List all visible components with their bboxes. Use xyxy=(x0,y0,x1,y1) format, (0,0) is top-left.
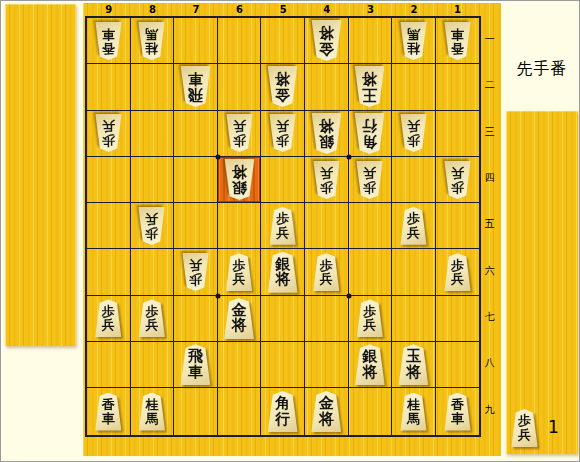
square-6-7[interactable]: 金将 xyxy=(218,296,262,342)
star-point xyxy=(215,154,220,159)
rank-label-3: 三 xyxy=(481,109,498,155)
rank-label-7: 七 xyxy=(481,294,498,340)
piece-tile: 香車 xyxy=(443,22,472,60)
square-2-1[interactable]: 桂馬 xyxy=(392,18,436,64)
square-5-3[interactable]: 歩兵 xyxy=(261,111,305,157)
piece-tile: 金将 xyxy=(266,66,299,107)
square-3-9[interactable] xyxy=(349,388,393,434)
piece-tile: 歩兵 xyxy=(94,299,123,337)
square-8-7[interactable]: 歩兵 xyxy=(131,296,175,342)
piece-gote-lance[interactable]: 香車 xyxy=(443,22,472,60)
rank-labels: 一二三四五六七八九 xyxy=(481,16,498,433)
square-7-9[interactable] xyxy=(174,388,218,434)
piece-tile: 歩兵 xyxy=(510,409,539,447)
square-7-4[interactable] xyxy=(174,157,218,203)
piece-sente-pawn[interactable]: 歩兵 xyxy=(225,253,254,291)
piece-tile: 飛車 xyxy=(179,66,212,107)
piece-gote-gold[interactable]: 金将 xyxy=(310,20,343,61)
piece-gote-king[interactable]: 王将 xyxy=(353,66,386,107)
star-point xyxy=(346,154,351,159)
square-7-8[interactable]: 飛車 xyxy=(174,342,218,388)
square-4-4[interactable]: 歩兵 xyxy=(305,157,349,203)
square-7-5[interactable] xyxy=(174,203,218,249)
piece-tile: 歩兵 xyxy=(443,161,472,199)
piece-gote-bishop[interactable]: 角行 xyxy=(353,113,386,154)
piece-tile: 歩兵 xyxy=(443,253,472,291)
piece-tile: 銀将 xyxy=(266,252,299,293)
square-4-7[interactable] xyxy=(305,296,349,342)
piece-tile: 金将 xyxy=(310,391,343,432)
square-3-6[interactable] xyxy=(349,249,393,295)
piece-gote-pawn[interactable]: 歩兵 xyxy=(399,114,428,152)
piece-tile: 桂馬 xyxy=(137,393,166,431)
square-2-2[interactable] xyxy=(392,64,436,110)
piece-sente-pawn[interactable]: 歩兵 xyxy=(443,253,472,291)
square-3-1[interactable] xyxy=(349,18,393,64)
piece-tile: 歩兵 xyxy=(181,253,210,291)
piece-tile: 金将 xyxy=(310,20,343,61)
piece-tile: 王将 xyxy=(353,66,386,107)
piece-sente-pawn[interactable]: 歩兵 xyxy=(399,207,428,245)
piece-sente-knight[interactable]: 桂馬 xyxy=(399,393,428,431)
square-6-5[interactable] xyxy=(218,203,262,249)
file-label-6: 6 xyxy=(218,3,262,16)
square-4-9[interactable]: 金将 xyxy=(305,388,349,434)
piece-gote-rook[interactable]: 飛車 xyxy=(179,66,212,107)
square-9-1[interactable]: 香車 xyxy=(87,18,131,64)
square-6-6[interactable]: 歩兵 xyxy=(218,249,262,295)
file-label-8: 8 xyxy=(131,3,175,16)
piece-sente-pawn[interactable]: 歩兵 xyxy=(312,253,341,291)
piece-gote-pawn[interactable]: 歩兵 xyxy=(268,114,297,152)
square-3-8[interactable]: 銀将 xyxy=(349,342,393,388)
piece-sente-bishop[interactable]: 角行 xyxy=(266,391,299,432)
piece-gote-pawn[interactable]: 歩兵 xyxy=(225,114,254,152)
piece-tile: 歩兵 xyxy=(137,207,166,245)
square-1-3[interactable] xyxy=(436,111,480,157)
square-1-6[interactable]: 歩兵 xyxy=(436,249,480,295)
piece-sente-pawn[interactable]: 歩兵 xyxy=(137,299,166,337)
gote-komadai[interactable] xyxy=(5,4,76,346)
square-9-7[interactable]: 歩兵 xyxy=(87,296,131,342)
square-5-4[interactable] xyxy=(261,157,305,203)
piece-tile: 銀将 xyxy=(223,159,256,200)
rank-label-6: 六 xyxy=(481,247,498,293)
square-8-8[interactable] xyxy=(131,342,175,388)
rank-label-9: 九 xyxy=(481,386,498,432)
rank-label-1: 一 xyxy=(481,16,498,62)
square-3-3[interactable]: 角行 xyxy=(349,111,393,157)
square-4-8[interactable] xyxy=(305,342,349,388)
file-label-4: 4 xyxy=(305,3,349,16)
piece-tile: 歩兵 xyxy=(355,299,384,337)
piece-sente-silver[interactable]: 銀将 xyxy=(266,252,299,293)
piece-tile: 桂馬 xyxy=(137,22,166,60)
square-5-8[interactable] xyxy=(261,342,305,388)
square-2-9[interactable]: 桂馬 xyxy=(392,388,436,434)
square-5-6[interactable]: 銀将 xyxy=(261,249,305,295)
piece-tile: 銀将 xyxy=(353,344,386,385)
square-4-2[interactable] xyxy=(305,64,349,110)
square-9-4[interactable] xyxy=(87,157,131,203)
square-6-3[interactable]: 歩兵 xyxy=(218,111,262,157)
piece-tile: 香車 xyxy=(94,393,123,431)
file-label-1: 1 xyxy=(436,3,480,16)
square-8-2[interactable] xyxy=(131,64,175,110)
square-1-2[interactable] xyxy=(436,64,480,110)
piece-tile: 角行 xyxy=(266,391,299,432)
square-6-8[interactable] xyxy=(218,342,262,388)
square-1-7[interactable] xyxy=(436,296,480,342)
piece-tile: 桂馬 xyxy=(399,393,428,431)
square-9-6[interactable] xyxy=(87,249,131,295)
square-4-3[interactable]: 銀将 xyxy=(305,111,349,157)
square-7-6[interactable]: 歩兵 xyxy=(174,249,218,295)
file-label-3: 3 xyxy=(349,3,393,16)
square-3-4[interactable]: 歩兵 xyxy=(349,157,393,203)
square-5-5[interactable]: 歩兵 xyxy=(261,203,305,249)
piece-gote-lance[interactable]: 香車 xyxy=(94,22,123,60)
piece-sente-knight[interactable]: 桂馬 xyxy=(137,393,166,431)
square-2-5[interactable]: 歩兵 xyxy=(392,203,436,249)
piece-tile: 歩兵 xyxy=(399,114,428,152)
square-8-1[interactable]: 桂馬 xyxy=(131,18,175,64)
piece-gote-pawn[interactable]: 歩兵 xyxy=(137,207,166,245)
square-9-5[interactable] xyxy=(87,203,131,249)
turn-indicator: 先手番 xyxy=(504,59,580,80)
piece-sente-gold[interactable]: 金将 xyxy=(223,298,256,339)
square-7-7[interactable] xyxy=(174,296,218,342)
piece-sente-king[interactable]: 玉将 xyxy=(397,344,430,385)
square-4-6[interactable]: 歩兵 xyxy=(305,249,349,295)
hand-count: 1 xyxy=(548,417,559,447)
shogi-app-window: 987654321 香車桂馬金将桂馬香車飛車金将王将歩兵歩兵歩兵銀将角行歩兵銀将… xyxy=(0,0,580,462)
square-1-4[interactable]: 歩兵 xyxy=(436,157,480,203)
square-9-3[interactable]: 歩兵 xyxy=(87,111,131,157)
square-4-1[interactable]: 金将 xyxy=(305,18,349,64)
square-8-4[interactable] xyxy=(131,157,175,203)
square-8-9[interactable]: 桂馬 xyxy=(131,388,175,434)
piece-tile: 歩兵 xyxy=(137,299,166,337)
square-2-4[interactable] xyxy=(392,157,436,203)
square-5-2[interactable]: 金将 xyxy=(261,64,305,110)
piece-tile: 歩兵 xyxy=(225,114,254,152)
piece-tile: 歩兵 xyxy=(225,253,254,291)
star-point xyxy=(346,293,351,298)
square-3-5[interactable] xyxy=(349,203,393,249)
star-point xyxy=(215,293,220,298)
rank-label-8: 八 xyxy=(481,340,498,386)
square-9-9[interactable]: 香車 xyxy=(87,388,131,434)
file-labels: 987654321 xyxy=(83,3,501,16)
rank-label-2: 二 xyxy=(481,62,498,108)
square-1-8[interactable] xyxy=(436,342,480,388)
square-2-6[interactable] xyxy=(392,249,436,295)
square-6-9[interactable] xyxy=(218,388,262,434)
piece-tile: 金将 xyxy=(223,298,256,339)
sente-hand: 歩兵1 xyxy=(506,409,578,454)
square-7-3[interactable] xyxy=(174,111,218,157)
square-2-8[interactable]: 玉将 xyxy=(392,342,436,388)
file-label-2: 2 xyxy=(392,3,436,16)
square-2-7[interactable] xyxy=(392,296,436,342)
piece-tile: 歩兵 xyxy=(94,114,123,152)
piece-gote-pawn[interactable]: 歩兵 xyxy=(355,161,384,199)
square-2-3[interactable]: 歩兵 xyxy=(392,111,436,157)
square-7-2[interactable]: 飛車 xyxy=(174,64,218,110)
square-5-7[interactable] xyxy=(261,296,305,342)
square-9-8[interactable] xyxy=(87,342,131,388)
piece-gote-knight[interactable]: 桂馬 xyxy=(399,22,428,60)
piece-gote-gold[interactable]: 金将 xyxy=(266,66,299,107)
piece-sente-lance[interactable]: 香車 xyxy=(94,393,123,431)
piece-sente-pawn[interactable]: 歩兵 xyxy=(94,299,123,337)
piece-tile: 銀将 xyxy=(310,113,343,154)
piece-tile: 玉将 xyxy=(397,344,430,385)
piece-gote-silver[interactable]: 銀将 xyxy=(223,159,256,200)
square-5-9[interactable]: 角行 xyxy=(261,388,305,434)
piece-sente-lance[interactable]: 香車 xyxy=(443,393,472,431)
piece-tile: 角行 xyxy=(353,113,386,154)
piece-tile: 歩兵 xyxy=(355,161,384,199)
piece-tile: 桂馬 xyxy=(399,22,428,60)
square-1-5[interactable] xyxy=(436,203,480,249)
piece-tile: 香車 xyxy=(443,393,472,431)
square-8-3[interactable] xyxy=(131,111,175,157)
square-1-9[interactable]: 香車 xyxy=(436,388,480,434)
piece-gote-knight[interactable]: 桂馬 xyxy=(137,22,166,60)
piece-gote-pawn[interactable]: 歩兵 xyxy=(94,114,123,152)
piece-tile: 飛車 xyxy=(179,344,212,385)
piece-sente-silver[interactable]: 銀将 xyxy=(353,344,386,385)
piece-sente-pawn[interactable]: 歩兵 xyxy=(510,409,539,447)
square-3-7[interactable]: 歩兵 xyxy=(349,296,393,342)
piece-tile: 歩兵 xyxy=(312,253,341,291)
square-8-5[interactable]: 歩兵 xyxy=(131,203,175,249)
piece-sente-gold[interactable]: 金将 xyxy=(310,391,343,432)
piece-tile: 歩兵 xyxy=(312,161,341,199)
square-1-1[interactable]: 香車 xyxy=(436,18,480,64)
file-label-7: 7 xyxy=(174,3,218,16)
file-label-5: 5 xyxy=(261,3,305,16)
piece-gote-pawn[interactable]: 歩兵 xyxy=(312,161,341,199)
square-6-1[interactable] xyxy=(218,18,262,64)
piece-gote-pawn[interactable]: 歩兵 xyxy=(181,253,210,291)
sente-komadai[interactable]: 歩兵1 xyxy=(506,111,578,454)
piece-sente-rook[interactable]: 飛車 xyxy=(179,344,212,385)
square-8-6[interactable] xyxy=(131,249,175,295)
piece-tile: 歩兵 xyxy=(268,207,297,245)
file-label-9: 9 xyxy=(87,3,131,16)
piece-sente-pawn[interactable]: 歩兵 xyxy=(268,207,297,245)
piece-tile: 歩兵 xyxy=(399,207,428,245)
piece-tile: 歩兵 xyxy=(268,114,297,152)
shogi-board-block: 987654321 香車桂馬金将桂馬香車飛車金将王将歩兵歩兵歩兵銀将角行歩兵銀将… xyxy=(83,3,501,456)
rank-label-5: 五 xyxy=(481,201,498,247)
square-6-4[interactable]: 銀将 xyxy=(218,157,262,203)
piece-sente-pawn[interactable]: 歩兵 xyxy=(355,299,384,337)
shogi-board: 香車桂馬金将桂馬香車飛車金将王将歩兵歩兵歩兵銀将角行歩兵銀将歩兵歩兵歩兵歩兵歩兵… xyxy=(85,16,481,437)
square-4-5[interactable] xyxy=(305,203,349,249)
piece-gote-silver[interactable]: 銀将 xyxy=(310,113,343,154)
square-7-1[interactable] xyxy=(174,18,218,64)
piece-tile: 香車 xyxy=(94,22,123,60)
rank-label-4: 四 xyxy=(481,155,498,201)
square-6-2[interactable] xyxy=(218,64,262,110)
piece-gote-pawn[interactable]: 歩兵 xyxy=(443,161,472,199)
square-5-1[interactable] xyxy=(261,18,305,64)
square-3-2[interactable]: 王将 xyxy=(349,64,393,110)
square-9-2[interactable] xyxy=(87,64,131,110)
